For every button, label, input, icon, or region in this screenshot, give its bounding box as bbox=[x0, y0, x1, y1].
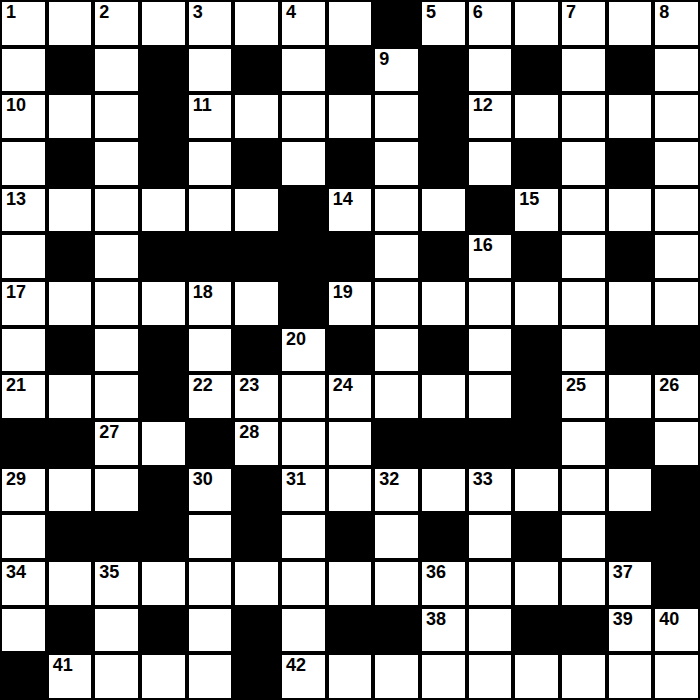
clue-number: 17 bbox=[6, 282, 26, 303]
clue-number: 22 bbox=[193, 375, 213, 396]
white-cell[interactable] bbox=[47, 187, 94, 234]
white-cell[interactable]: 12 bbox=[467, 93, 514, 140]
white-cell[interactable]: 17 bbox=[0, 280, 47, 327]
white-cell[interactable] bbox=[280, 513, 327, 560]
white-cell[interactable] bbox=[280, 93, 327, 140]
white-cell[interactable]: 31 bbox=[280, 467, 327, 514]
white-cell[interactable] bbox=[560, 280, 607, 327]
white-cell[interactable] bbox=[467, 47, 514, 94]
black-cell bbox=[327, 513, 374, 560]
clue-number: 12 bbox=[473, 95, 493, 116]
black-cell bbox=[233, 653, 280, 700]
white-cell[interactable]: 24 bbox=[327, 373, 374, 420]
white-cell[interactable] bbox=[93, 373, 140, 420]
clue-number: 41 bbox=[53, 655, 73, 676]
black-cell bbox=[420, 233, 467, 280]
white-cell[interactable] bbox=[93, 93, 140, 140]
clue-number: 26 bbox=[659, 375, 679, 396]
black-cell bbox=[187, 420, 234, 467]
clue-number: 14 bbox=[333, 189, 353, 210]
black-cell bbox=[467, 420, 514, 467]
white-cell[interactable] bbox=[0, 140, 47, 187]
white-cell[interactable] bbox=[47, 280, 94, 327]
black-cell bbox=[47, 420, 94, 467]
white-cell[interactable] bbox=[560, 140, 607, 187]
black-cell bbox=[47, 233, 94, 280]
black-cell bbox=[140, 233, 187, 280]
black-cell bbox=[233, 513, 280, 560]
clue-number: 6 bbox=[473, 2, 483, 23]
white-cell[interactable]: 42 bbox=[280, 653, 327, 700]
white-cell[interactable]: 8 bbox=[653, 0, 700, 47]
black-cell bbox=[140, 93, 187, 140]
white-cell[interactable] bbox=[607, 653, 654, 700]
black-cell bbox=[233, 233, 280, 280]
white-cell[interactable] bbox=[280, 47, 327, 94]
white-cell[interactable] bbox=[653, 187, 700, 234]
white-cell[interactable] bbox=[467, 373, 514, 420]
white-cell[interactable] bbox=[653, 280, 700, 327]
white-cell[interactable] bbox=[0, 47, 47, 94]
black-cell bbox=[420, 140, 467, 187]
white-cell[interactable] bbox=[47, 467, 94, 514]
white-cell[interactable]: 16 bbox=[467, 233, 514, 280]
white-cell[interactable] bbox=[373, 233, 420, 280]
black-cell bbox=[140, 513, 187, 560]
white-cell[interactable] bbox=[233, 187, 280, 234]
black-cell bbox=[653, 513, 700, 560]
white-cell[interactable]: 35 bbox=[93, 560, 140, 607]
white-cell[interactable]: 14 bbox=[327, 187, 374, 234]
crossword-board: 1234567891011121314151617181920212223242… bbox=[0, 0, 700, 700]
clue-number: 15 bbox=[519, 189, 539, 210]
black-cell bbox=[653, 327, 700, 374]
clue-number: 29 bbox=[6, 469, 26, 490]
black-cell bbox=[140, 47, 187, 94]
white-cell[interactable] bbox=[467, 653, 514, 700]
black-cell bbox=[233, 140, 280, 187]
white-cell[interactable] bbox=[47, 93, 94, 140]
white-cell[interactable]: 32 bbox=[373, 467, 420, 514]
clue-number: 28 bbox=[239, 422, 259, 443]
white-cell[interactable] bbox=[467, 607, 514, 654]
clue-number: 9 bbox=[379, 49, 389, 70]
clue-number: 18 bbox=[193, 282, 213, 303]
clue-number: 1 bbox=[6, 2, 16, 23]
black-cell bbox=[140, 467, 187, 514]
white-cell[interactable]: 34 bbox=[0, 560, 47, 607]
white-cell[interactable]: 37 bbox=[607, 560, 654, 607]
white-cell[interactable] bbox=[373, 373, 420, 420]
clue-number: 34 bbox=[6, 562, 26, 583]
white-cell[interactable] bbox=[0, 513, 47, 560]
clue-number: 30 bbox=[193, 469, 213, 490]
white-cell[interactable] bbox=[373, 140, 420, 187]
white-cell[interactable] bbox=[653, 420, 700, 467]
black-cell bbox=[513, 607, 560, 654]
white-cell[interactable] bbox=[467, 140, 514, 187]
white-cell[interactable] bbox=[420, 373, 467, 420]
clue-number: 25 bbox=[566, 375, 586, 396]
black-cell bbox=[373, 420, 420, 467]
white-cell[interactable] bbox=[607, 0, 654, 47]
clue-number: 20 bbox=[286, 329, 306, 350]
black-cell bbox=[513, 233, 560, 280]
clue-number: 3 bbox=[193, 2, 203, 23]
white-cell[interactable] bbox=[187, 607, 234, 654]
white-cell[interactable] bbox=[513, 280, 560, 327]
black-cell bbox=[140, 140, 187, 187]
white-cell[interactable]: 19 bbox=[327, 280, 374, 327]
black-cell bbox=[373, 0, 420, 47]
clue-number: 16 bbox=[473, 235, 493, 256]
black-cell bbox=[607, 140, 654, 187]
white-cell[interactable]: 15 bbox=[513, 187, 560, 234]
black-cell bbox=[0, 420, 47, 467]
white-cell[interactable] bbox=[187, 187, 234, 234]
white-cell[interactable] bbox=[140, 280, 187, 327]
white-cell[interactable]: 39 bbox=[607, 607, 654, 654]
white-cell[interactable] bbox=[140, 187, 187, 234]
white-cell[interactable]: 26 bbox=[653, 373, 700, 420]
white-cell[interactable]: 3 bbox=[187, 0, 234, 47]
white-cell[interactable] bbox=[560, 47, 607, 94]
white-cell[interactable] bbox=[47, 0, 94, 47]
white-cell[interactable] bbox=[560, 233, 607, 280]
black-cell bbox=[140, 607, 187, 654]
black-cell bbox=[0, 653, 47, 700]
clue-number: 33 bbox=[473, 469, 493, 490]
white-cell[interactable] bbox=[187, 327, 234, 374]
black-cell bbox=[233, 467, 280, 514]
clue-number: 38 bbox=[426, 609, 446, 630]
white-cell[interactable] bbox=[93, 327, 140, 374]
white-cell[interactable] bbox=[140, 560, 187, 607]
white-cell[interactable] bbox=[373, 187, 420, 234]
white-cell[interactable] bbox=[653, 47, 700, 94]
white-cell[interactable]: 7 bbox=[560, 0, 607, 47]
white-cell[interactable] bbox=[373, 653, 420, 700]
white-cell[interactable] bbox=[653, 653, 700, 700]
clue-number: 40 bbox=[659, 609, 679, 630]
clue-number: 36 bbox=[426, 562, 446, 583]
black-cell bbox=[513, 420, 560, 467]
white-cell[interactable] bbox=[280, 140, 327, 187]
black-cell bbox=[233, 607, 280, 654]
clue-number: 37 bbox=[613, 562, 633, 583]
white-cell[interactable] bbox=[93, 233, 140, 280]
black-cell bbox=[513, 140, 560, 187]
black-cell bbox=[420, 420, 467, 467]
white-cell[interactable]: 33 bbox=[467, 467, 514, 514]
white-cell[interactable] bbox=[513, 93, 560, 140]
white-cell[interactable] bbox=[653, 93, 700, 140]
black-cell bbox=[140, 327, 187, 374]
white-cell[interactable] bbox=[607, 93, 654, 140]
black-cell bbox=[560, 607, 607, 654]
white-cell[interactable]: 1 bbox=[0, 0, 47, 47]
white-cell[interactable] bbox=[560, 93, 607, 140]
white-cell[interactable] bbox=[467, 513, 514, 560]
black-cell bbox=[280, 280, 327, 327]
white-cell[interactable]: 6 bbox=[467, 0, 514, 47]
white-cell[interactable]: 18 bbox=[187, 280, 234, 327]
white-cell[interactable] bbox=[187, 560, 234, 607]
white-cell[interactable] bbox=[560, 653, 607, 700]
white-cell[interactable] bbox=[373, 327, 420, 374]
white-cell[interactable] bbox=[280, 560, 327, 607]
white-cell[interactable] bbox=[47, 560, 94, 607]
black-cell bbox=[327, 607, 374, 654]
white-cell[interactable] bbox=[373, 93, 420, 140]
white-cell[interactable] bbox=[93, 47, 140, 94]
white-cell[interactable] bbox=[560, 420, 607, 467]
clue-number: 32 bbox=[379, 469, 399, 490]
white-cell[interactable] bbox=[420, 280, 467, 327]
white-cell[interactable] bbox=[93, 187, 140, 234]
white-cell[interactable] bbox=[560, 513, 607, 560]
clue-number: 4 bbox=[286, 2, 296, 23]
white-cell[interactable] bbox=[420, 187, 467, 234]
white-cell[interactable] bbox=[420, 467, 467, 514]
white-cell[interactable] bbox=[327, 93, 374, 140]
black-cell bbox=[327, 140, 374, 187]
black-cell bbox=[607, 233, 654, 280]
white-cell[interactable]: 2 bbox=[93, 0, 140, 47]
white-cell[interactable] bbox=[0, 607, 47, 654]
white-cell[interactable] bbox=[653, 233, 700, 280]
white-cell[interactable] bbox=[560, 467, 607, 514]
clue-number: 23 bbox=[239, 375, 259, 396]
black-cell bbox=[513, 513, 560, 560]
white-cell[interactable] bbox=[560, 560, 607, 607]
white-cell[interactable]: 40 bbox=[653, 607, 700, 654]
white-cell[interactable]: 4 bbox=[280, 0, 327, 47]
clue-number: 42 bbox=[286, 655, 306, 676]
white-cell[interactable] bbox=[140, 653, 187, 700]
black-cell bbox=[140, 373, 187, 420]
clue-number: 13 bbox=[6, 189, 26, 210]
white-cell[interactable]: 21 bbox=[0, 373, 47, 420]
white-cell[interactable]: 9 bbox=[373, 47, 420, 94]
white-cell[interactable] bbox=[467, 560, 514, 607]
black-cell bbox=[47, 140, 94, 187]
white-cell[interactable] bbox=[327, 653, 374, 700]
white-cell[interactable] bbox=[233, 280, 280, 327]
clue-number: 35 bbox=[99, 562, 119, 583]
black-cell bbox=[280, 187, 327, 234]
white-cell[interactable] bbox=[233, 560, 280, 607]
black-cell bbox=[653, 560, 700, 607]
white-cell[interactable]: 28 bbox=[233, 420, 280, 467]
white-cell[interactable] bbox=[93, 467, 140, 514]
black-cell bbox=[607, 327, 654, 374]
white-cell[interactable]: 36 bbox=[420, 560, 467, 607]
clue-number: 24 bbox=[333, 375, 353, 396]
clue-number: 2 bbox=[99, 2, 109, 23]
white-cell[interactable] bbox=[513, 560, 560, 607]
white-cell[interactable]: 22 bbox=[187, 373, 234, 420]
white-cell[interactable] bbox=[140, 0, 187, 47]
white-cell[interactable] bbox=[513, 653, 560, 700]
clue-number: 27 bbox=[99, 422, 119, 443]
black-cell bbox=[420, 513, 467, 560]
white-cell[interactable]: 41 bbox=[47, 653, 94, 700]
white-cell[interactable] bbox=[560, 187, 607, 234]
white-cell[interactable] bbox=[187, 47, 234, 94]
clue-number: 8 bbox=[659, 2, 669, 23]
white-cell[interactable] bbox=[653, 140, 700, 187]
white-cell[interactable] bbox=[93, 607, 140, 654]
black-cell bbox=[420, 93, 467, 140]
black-cell bbox=[47, 47, 94, 94]
clue-number: 5 bbox=[426, 2, 436, 23]
white-cell[interactable] bbox=[607, 467, 654, 514]
white-cell[interactable] bbox=[93, 140, 140, 187]
white-cell[interactable] bbox=[467, 280, 514, 327]
white-cell[interactable] bbox=[373, 560, 420, 607]
white-cell[interactable] bbox=[327, 0, 374, 47]
white-cell[interactable] bbox=[373, 513, 420, 560]
black-cell bbox=[373, 607, 420, 654]
white-cell[interactable]: 5 bbox=[420, 0, 467, 47]
white-cell[interactable]: 25 bbox=[560, 373, 607, 420]
white-cell[interactable] bbox=[280, 420, 327, 467]
white-cell[interactable]: 11 bbox=[187, 93, 234, 140]
white-cell[interactable] bbox=[560, 327, 607, 374]
white-cell[interactable] bbox=[93, 280, 140, 327]
white-cell[interactable] bbox=[0, 327, 47, 374]
white-cell[interactable] bbox=[280, 607, 327, 654]
black-cell bbox=[47, 327, 94, 374]
black-cell bbox=[327, 327, 374, 374]
clue-number: 39 bbox=[613, 609, 633, 630]
white-cell[interactable] bbox=[327, 560, 374, 607]
white-cell[interactable] bbox=[187, 513, 234, 560]
white-cell[interactable] bbox=[467, 327, 514, 374]
white-cell[interactable] bbox=[513, 0, 560, 47]
white-cell[interactable] bbox=[233, 0, 280, 47]
clue-number: 10 bbox=[6, 95, 26, 116]
black-cell bbox=[513, 47, 560, 94]
white-cell[interactable] bbox=[607, 187, 654, 234]
white-cell[interactable] bbox=[280, 373, 327, 420]
black-cell bbox=[420, 327, 467, 374]
white-cell[interactable] bbox=[420, 653, 467, 700]
black-cell bbox=[93, 513, 140, 560]
black-cell bbox=[280, 233, 327, 280]
black-cell bbox=[233, 47, 280, 94]
black-cell bbox=[607, 420, 654, 467]
white-cell[interactable] bbox=[327, 467, 374, 514]
black-cell bbox=[513, 373, 560, 420]
white-cell[interactable]: 13 bbox=[0, 187, 47, 234]
white-cell[interactable]: 30 bbox=[187, 467, 234, 514]
black-cell bbox=[653, 467, 700, 514]
black-cell bbox=[467, 187, 514, 234]
white-cell[interactable] bbox=[140, 420, 187, 467]
white-cell[interactable]: 38 bbox=[420, 607, 467, 654]
white-cell[interactable]: 27 bbox=[93, 420, 140, 467]
black-cell bbox=[327, 47, 374, 94]
white-cell[interactable] bbox=[373, 280, 420, 327]
black-cell bbox=[233, 327, 280, 374]
white-cell[interactable]: 10 bbox=[0, 93, 47, 140]
black-cell bbox=[327, 233, 374, 280]
black-cell bbox=[187, 233, 234, 280]
white-cell[interactable] bbox=[0, 233, 47, 280]
black-cell bbox=[607, 47, 654, 94]
clue-number: 11 bbox=[193, 95, 212, 116]
white-cell[interactable] bbox=[187, 653, 234, 700]
white-cell[interactable] bbox=[513, 467, 560, 514]
black-cell bbox=[420, 47, 467, 94]
black-cell bbox=[513, 327, 560, 374]
white-cell[interactable]: 20 bbox=[280, 327, 327, 374]
clue-number: 7 bbox=[566, 2, 576, 23]
black-cell bbox=[47, 513, 94, 560]
clue-number: 31 bbox=[286, 469, 306, 490]
clue-number: 21 bbox=[6, 375, 26, 396]
white-cell[interactable] bbox=[607, 373, 654, 420]
white-cell[interactable] bbox=[327, 420, 374, 467]
white-cell[interactable] bbox=[93, 653, 140, 700]
black-cell bbox=[47, 607, 94, 654]
white-cell[interactable] bbox=[233, 93, 280, 140]
white-cell[interactable] bbox=[607, 280, 654, 327]
white-cell[interactable] bbox=[47, 373, 94, 420]
white-cell[interactable]: 29 bbox=[0, 467, 47, 514]
clue-number: 19 bbox=[333, 282, 353, 303]
white-cell[interactable]: 23 bbox=[233, 373, 280, 420]
white-cell[interactable] bbox=[187, 140, 234, 187]
black-cell bbox=[607, 513, 654, 560]
